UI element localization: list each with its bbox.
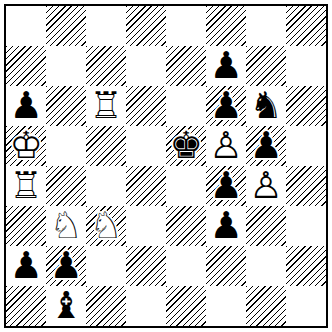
square-b7 [46, 46, 86, 86]
square-b4 [46, 166, 86, 206]
square-g5: ♟♟ [246, 126, 286, 166]
black-knight-g6: ♞ [246, 86, 286, 126]
chess-diagram-page: ♟♟♟♟♜♖♟♟♞♞♚♔♚♚♟♙♟♟♜♖♟♟♟♙♞♘♞♘♟♟♟♟♟♟♝♝ [0, 0, 332, 332]
square-d4 [126, 166, 166, 206]
square-b6 [46, 86, 86, 126]
square-e4 [166, 166, 206, 206]
square-h7 [286, 46, 326, 86]
piece-halo: ♟ [206, 206, 246, 246]
square-c8 [86, 6, 126, 46]
square-e7 [166, 46, 206, 86]
square-g6: ♞♞ [246, 86, 286, 126]
piece-halo: ♞ [246, 86, 286, 126]
square-d7 [126, 46, 166, 86]
square-c5 [86, 126, 126, 166]
white-rook-a4: ♖ [6, 166, 46, 206]
square-h2 [286, 246, 326, 286]
square-g4: ♟♙ [246, 166, 286, 206]
black-bishop-b1: ♝ [46, 286, 86, 326]
white-rook-c6: ♖ [86, 86, 126, 126]
white-knight-c3: ♘ [86, 206, 126, 246]
square-h1 [286, 286, 326, 326]
piece-halo: ♞ [46, 206, 86, 246]
black-pawn-a2: ♟ [6, 246, 46, 286]
square-f3: ♟♟ [206, 206, 246, 246]
square-h3 [286, 206, 326, 246]
square-g3 [246, 206, 286, 246]
black-pawn-f6: ♟ [206, 86, 246, 126]
square-e2 [166, 246, 206, 286]
square-a6: ♟♟ [6, 86, 46, 126]
square-g7 [246, 46, 286, 86]
square-h5 [286, 126, 326, 166]
square-a2: ♟♟ [6, 246, 46, 286]
black-pawn-f4: ♟ [206, 166, 246, 206]
piece-halo: ♚ [6, 126, 46, 166]
square-a8 [6, 6, 46, 46]
square-c3: ♞♘ [86, 206, 126, 246]
piece-halo: ♟ [46, 246, 86, 286]
square-b3: ♞♘ [46, 206, 86, 246]
square-f7: ♟♟ [206, 46, 246, 86]
piece-halo: ♜ [6, 166, 46, 206]
square-g2 [246, 246, 286, 286]
piece-halo: ♚ [166, 126, 206, 166]
square-f6: ♟♟ [206, 86, 246, 126]
square-g8 [246, 6, 286, 46]
black-pawn-b2: ♟ [46, 246, 86, 286]
square-b1: ♝♝ [46, 286, 86, 326]
piece-halo: ♟ [6, 86, 46, 126]
black-pawn-f7: ♟ [206, 46, 246, 86]
white-pawn-g4: ♙ [246, 166, 286, 206]
square-e3 [166, 206, 206, 246]
square-h4 [286, 166, 326, 206]
white-pawn-f5: ♙ [206, 126, 246, 166]
square-h8 [286, 6, 326, 46]
square-b2: ♟♟ [46, 246, 86, 286]
black-pawn-g5: ♟ [246, 126, 286, 166]
square-c6: ♜♖ [86, 86, 126, 126]
white-king-a5: ♔ [6, 126, 46, 166]
piece-halo: ♜ [86, 86, 126, 126]
square-h6 [286, 86, 326, 126]
piece-halo: ♟ [6, 246, 46, 286]
piece-halo: ♟ [246, 126, 286, 166]
square-a7 [6, 46, 46, 86]
piece-halo: ♟ [206, 46, 246, 86]
chess-board: ♟♟♟♟♜♖♟♟♞♞♚♔♚♚♟♙♟♟♜♖♟♟♟♙♞♘♞♘♟♟♟♟♟♟♝♝ [6, 6, 326, 326]
square-d2 [126, 246, 166, 286]
piece-halo: ♝ [46, 286, 86, 326]
square-g1 [246, 286, 286, 326]
square-d3 [126, 206, 166, 246]
piece-halo: ♞ [86, 206, 126, 246]
square-e5: ♚♚ [166, 126, 206, 166]
piece-halo: ♟ [206, 126, 246, 166]
square-a3 [6, 206, 46, 246]
black-king-e5: ♚ [166, 126, 206, 166]
piece-halo: ♟ [206, 86, 246, 126]
square-f1 [206, 286, 246, 326]
white-knight-b3: ♘ [46, 206, 86, 246]
square-f8 [206, 6, 246, 46]
square-f5: ♟♙ [206, 126, 246, 166]
square-a5: ♚♔ [6, 126, 46, 166]
square-c2 [86, 246, 126, 286]
square-c7 [86, 46, 126, 86]
piece-halo: ♟ [246, 166, 286, 206]
square-c4 [86, 166, 126, 206]
square-b5 [46, 126, 86, 166]
black-pawn-a6: ♟ [6, 86, 46, 126]
square-e1 [166, 286, 206, 326]
square-d1 [126, 286, 166, 326]
square-d5 [126, 126, 166, 166]
square-e8 [166, 6, 206, 46]
square-a1 [6, 286, 46, 326]
square-b8 [46, 6, 86, 46]
square-d6 [126, 86, 166, 126]
square-a4: ♜♖ [6, 166, 46, 206]
black-pawn-f3: ♟ [206, 206, 246, 246]
square-e6 [166, 86, 206, 126]
square-f2 [206, 246, 246, 286]
square-d8 [126, 6, 166, 46]
square-c1 [86, 286, 126, 326]
board-border: ♟♟♟♟♜♖♟♟♞♞♚♔♚♚♟♙♟♟♜♖♟♟♟♙♞♘♞♘♟♟♟♟♟♟♝♝ [4, 4, 328, 328]
square-f4: ♟♟ [206, 166, 246, 206]
piece-halo: ♟ [206, 166, 246, 206]
